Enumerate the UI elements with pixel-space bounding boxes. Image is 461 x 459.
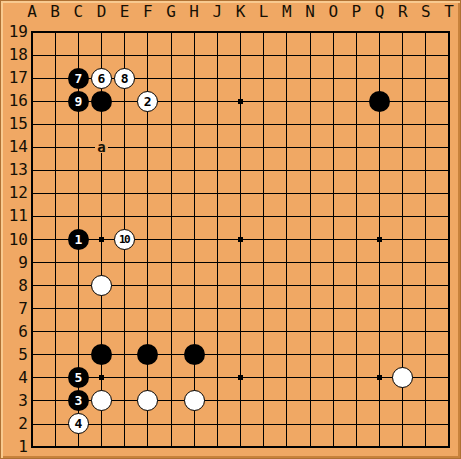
intersection-G11[interactable]: [159, 205, 182, 228]
intersection-G2[interactable]: [159, 412, 182, 435]
intersection-C14[interactable]: [67, 136, 90, 159]
intersection-S13[interactable]: [414, 159, 437, 182]
intersection-Q5[interactable]: [368, 343, 391, 366]
intersection-F19[interactable]: [136, 20, 159, 43]
intersection-C17[interactable]: 7: [67, 67, 90, 90]
intersection-K17[interactable]: [229, 67, 252, 90]
intersection-B9[interactable]: [44, 251, 67, 274]
intersection-R1[interactable]: [391, 435, 414, 458]
intersection-L18[interactable]: [252, 44, 275, 67]
intersection-F12[interactable]: [136, 182, 159, 205]
intersection-Q18[interactable]: [368, 44, 391, 67]
intersection-H1[interactable]: [183, 435, 206, 458]
intersection-J19[interactable]: [206, 20, 229, 43]
intersection-F10[interactable]: [136, 228, 159, 251]
intersection-E6[interactable]: [113, 320, 136, 343]
intersection-D8[interactable]: [90, 274, 113, 297]
intersection-F14[interactable]: [136, 136, 159, 159]
intersection-J12[interactable]: [206, 182, 229, 205]
intersection-C12[interactable]: [67, 182, 90, 205]
intersection-L13[interactable]: [252, 159, 275, 182]
intersection-T9[interactable]: [437, 251, 460, 274]
intersection-N2[interactable]: [298, 412, 321, 435]
intersection-S10[interactable]: [414, 228, 437, 251]
intersection-P10[interactable]: [345, 228, 368, 251]
intersection-P14[interactable]: [345, 136, 368, 159]
intersection-B14[interactable]: [44, 136, 67, 159]
intersection-D19[interactable]: [90, 20, 113, 43]
intersection-P15[interactable]: [345, 113, 368, 136]
intersection-J7[interactable]: [206, 297, 229, 320]
intersection-R4[interactable]: [391, 366, 414, 389]
intersection-L9[interactable]: [252, 251, 275, 274]
intersection-N10[interactable]: [298, 228, 321, 251]
intersection-R5[interactable]: [391, 343, 414, 366]
intersection-F7[interactable]: [136, 297, 159, 320]
intersection-G1[interactable]: [159, 435, 182, 458]
intersection-P9[interactable]: [345, 251, 368, 274]
intersection-H7[interactable]: [183, 297, 206, 320]
intersection-M11[interactable]: [275, 205, 298, 228]
intersection-T16[interactable]: [437, 90, 460, 113]
intersection-P11[interactable]: [345, 205, 368, 228]
intersection-Q3[interactable]: [368, 389, 391, 412]
intersection-K15[interactable]: [229, 113, 252, 136]
intersection-N1[interactable]: [298, 435, 321, 458]
intersection-G3[interactable]: [159, 389, 182, 412]
intersection-T4[interactable]: [437, 366, 460, 389]
intersection-Q4[interactable]: [368, 366, 391, 389]
intersection-H3[interactable]: [183, 389, 206, 412]
intersection-J10[interactable]: [206, 228, 229, 251]
intersection-T2[interactable]: [437, 412, 460, 435]
intersection-M17[interactable]: [275, 67, 298, 90]
intersection-T1[interactable]: [437, 435, 460, 458]
intersection-G4[interactable]: [159, 366, 182, 389]
intersection-B10[interactable]: [44, 228, 67, 251]
intersection-O16[interactable]: [321, 90, 344, 113]
intersection-P18[interactable]: [345, 44, 368, 67]
intersection-T7[interactable]: [437, 297, 460, 320]
intersection-E18[interactable]: [113, 44, 136, 67]
intersection-D14[interactable]: a: [90, 136, 113, 159]
intersection-R11[interactable]: [391, 205, 414, 228]
intersection-M10[interactable]: [275, 228, 298, 251]
intersection-L11[interactable]: [252, 205, 275, 228]
intersection-P2[interactable]: [345, 412, 368, 435]
intersection-G17[interactable]: [159, 67, 182, 90]
intersection-K12[interactable]: [229, 182, 252, 205]
intersection-H6[interactable]: [183, 320, 206, 343]
intersection-J3[interactable]: [206, 389, 229, 412]
intersection-Q2[interactable]: [368, 412, 391, 435]
intersection-G15[interactable]: [159, 113, 182, 136]
intersection-P12[interactable]: [345, 182, 368, 205]
intersection-H9[interactable]: [183, 251, 206, 274]
intersection-O12[interactable]: [321, 182, 344, 205]
intersection-O15[interactable]: [321, 113, 344, 136]
intersection-H2[interactable]: [183, 412, 206, 435]
intersection-L5[interactable]: [252, 343, 275, 366]
intersection-C16[interactable]: 9: [67, 90, 90, 113]
intersection-D1[interactable]: [90, 435, 113, 458]
intersection-D2[interactable]: [90, 412, 113, 435]
intersection-D15[interactable]: [90, 113, 113, 136]
intersection-R15[interactable]: [391, 113, 414, 136]
intersection-N7[interactable]: [298, 297, 321, 320]
intersection-P3[interactable]: [345, 389, 368, 412]
intersection-O7[interactable]: [321, 297, 344, 320]
intersection-H10[interactable]: [183, 228, 206, 251]
intersection-B19[interactable]: [44, 20, 67, 43]
intersection-E12[interactable]: [113, 182, 136, 205]
intersection-L1[interactable]: [252, 435, 275, 458]
intersection-N9[interactable]: [298, 251, 321, 274]
intersection-E11[interactable]: [113, 205, 136, 228]
intersection-P13[interactable]: [345, 159, 368, 182]
intersection-J18[interactable]: [206, 44, 229, 67]
intersection-G16[interactable]: [159, 90, 182, 113]
intersection-M19[interactable]: [275, 20, 298, 43]
intersection-E16[interactable]: [113, 90, 136, 113]
intersection-N6[interactable]: [298, 320, 321, 343]
intersection-F6[interactable]: [136, 320, 159, 343]
intersection-R19[interactable]: [391, 20, 414, 43]
intersection-E2[interactable]: [113, 412, 136, 435]
intersection-H19[interactable]: [183, 20, 206, 43]
intersection-Q13[interactable]: [368, 159, 391, 182]
intersection-P5[interactable]: [345, 343, 368, 366]
intersection-D4[interactable]: [90, 366, 113, 389]
intersection-M8[interactable]: [275, 274, 298, 297]
intersection-O11[interactable]: [321, 205, 344, 228]
intersection-D16[interactable]: [90, 90, 113, 113]
intersection-H5[interactable]: [183, 343, 206, 366]
intersection-H12[interactable]: [183, 182, 206, 205]
intersection-S9[interactable]: [414, 251, 437, 274]
intersection-G8[interactable]: [159, 274, 182, 297]
intersection-N13[interactable]: [298, 159, 321, 182]
intersection-C2[interactable]: 4: [67, 412, 90, 435]
intersection-J11[interactable]: [206, 205, 229, 228]
intersection-D11[interactable]: [90, 205, 113, 228]
intersection-N16[interactable]: [298, 90, 321, 113]
intersection-K11[interactable]: [229, 205, 252, 228]
intersection-T17[interactable]: [437, 67, 460, 90]
intersection-F5[interactable]: [136, 343, 159, 366]
intersection-T19[interactable]: [437, 20, 460, 43]
intersection-P16[interactable]: [345, 90, 368, 113]
intersection-C18[interactable]: [67, 44, 90, 67]
intersection-S8[interactable]: [414, 274, 437, 297]
intersection-H8[interactable]: [183, 274, 206, 297]
intersection-B17[interactable]: [44, 67, 67, 90]
intersection-F3[interactable]: [136, 389, 159, 412]
intersection-K13[interactable]: [229, 159, 252, 182]
intersection-E14[interactable]: [113, 136, 136, 159]
intersection-J16[interactable]: [206, 90, 229, 113]
intersection-D6[interactable]: [90, 320, 113, 343]
intersection-D3[interactable]: [90, 389, 113, 412]
intersection-B1[interactable]: [44, 435, 67, 458]
intersection-T15[interactable]: [437, 113, 460, 136]
intersection-S3[interactable]: [414, 389, 437, 412]
intersection-F4[interactable]: [136, 366, 159, 389]
intersection-R18[interactable]: [391, 44, 414, 67]
intersection-H18[interactable]: [183, 44, 206, 67]
intersection-Q7[interactable]: [368, 297, 391, 320]
intersection-O10[interactable]: [321, 228, 344, 251]
intersection-M18[interactable]: [275, 44, 298, 67]
intersection-R8[interactable]: [391, 274, 414, 297]
intersection-P7[interactable]: [345, 297, 368, 320]
intersection-P4[interactable]: [345, 366, 368, 389]
intersection-C6[interactable]: [67, 320, 90, 343]
intersection-T3[interactable]: [437, 389, 460, 412]
intersection-L14[interactable]: [252, 136, 275, 159]
intersection-T18[interactable]: [437, 44, 460, 67]
intersection-O2[interactable]: [321, 412, 344, 435]
intersection-M3[interactable]: [275, 389, 298, 412]
intersection-J2[interactable]: [206, 412, 229, 435]
intersection-K8[interactable]: [229, 274, 252, 297]
intersection-S4[interactable]: [414, 366, 437, 389]
intersection-J14[interactable]: [206, 136, 229, 159]
intersection-E10[interactable]: 10: [113, 228, 136, 251]
intersection-M9[interactable]: [275, 251, 298, 274]
intersection-F17[interactable]: [136, 67, 159, 90]
intersection-R9[interactable]: [391, 251, 414, 274]
intersection-D5[interactable]: [90, 343, 113, 366]
intersection-L7[interactable]: [252, 297, 275, 320]
intersection-E7[interactable]: [113, 297, 136, 320]
intersection-L6[interactable]: [252, 320, 275, 343]
intersection-Q12[interactable]: [368, 182, 391, 205]
intersection-H17[interactable]: [183, 67, 206, 90]
intersection-C1[interactable]: [67, 435, 90, 458]
intersection-D13[interactable]: [90, 159, 113, 182]
intersection-J17[interactable]: [206, 67, 229, 90]
intersection-Q10[interactable]: [368, 228, 391, 251]
intersection-F1[interactable]: [136, 435, 159, 458]
intersection-R12[interactable]: [391, 182, 414, 205]
intersection-R16[interactable]: [391, 90, 414, 113]
intersection-O13[interactable]: [321, 159, 344, 182]
intersection-L3[interactable]: [252, 389, 275, 412]
intersection-E19[interactable]: [113, 20, 136, 43]
intersection-J4[interactable]: [206, 366, 229, 389]
intersection-E9[interactable]: [113, 251, 136, 274]
intersection-M5[interactable]: [275, 343, 298, 366]
intersection-H11[interactable]: [183, 205, 206, 228]
intersection-K19[interactable]: [229, 20, 252, 43]
intersection-M12[interactable]: [275, 182, 298, 205]
intersection-Q17[interactable]: [368, 67, 391, 90]
intersection-F18[interactable]: [136, 44, 159, 67]
intersection-N19[interactable]: [298, 20, 321, 43]
intersection-F8[interactable]: [136, 274, 159, 297]
intersection-G10[interactable]: [159, 228, 182, 251]
intersection-J1[interactable]: [206, 435, 229, 458]
intersection-D18[interactable]: [90, 44, 113, 67]
intersection-G6[interactable]: [159, 320, 182, 343]
intersection-N3[interactable]: [298, 389, 321, 412]
intersection-B5[interactable]: [44, 343, 67, 366]
intersection-B7[interactable]: [44, 297, 67, 320]
intersection-S18[interactable]: [414, 44, 437, 67]
intersection-M4[interactable]: [275, 366, 298, 389]
intersection-Q8[interactable]: [368, 274, 391, 297]
intersection-O8[interactable]: [321, 274, 344, 297]
intersection-J15[interactable]: [206, 113, 229, 136]
intersection-S6[interactable]: [414, 320, 437, 343]
intersection-E3[interactable]: [113, 389, 136, 412]
intersection-H14[interactable]: [183, 136, 206, 159]
intersection-C10[interactable]: 1: [67, 228, 90, 251]
intersection-M16[interactable]: [275, 90, 298, 113]
intersection-R13[interactable]: [391, 159, 414, 182]
intersection-L17[interactable]: [252, 67, 275, 90]
intersection-G18[interactable]: [159, 44, 182, 67]
intersection-L8[interactable]: [252, 274, 275, 297]
intersection-T5[interactable]: [437, 343, 460, 366]
intersection-K18[interactable]: [229, 44, 252, 67]
intersection-B16[interactable]: [44, 90, 67, 113]
intersection-L19[interactable]: [252, 20, 275, 43]
intersection-N17[interactable]: [298, 67, 321, 90]
intersection-L15[interactable]: [252, 113, 275, 136]
intersection-S16[interactable]: [414, 90, 437, 113]
intersection-F16[interactable]: 2: [136, 90, 159, 113]
intersection-Q6[interactable]: [368, 320, 391, 343]
intersection-N8[interactable]: [298, 274, 321, 297]
intersection-T8[interactable]: [437, 274, 460, 297]
intersection-O5[interactable]: [321, 343, 344, 366]
intersection-G9[interactable]: [159, 251, 182, 274]
intersection-F13[interactable]: [136, 159, 159, 182]
intersection-K9[interactable]: [229, 251, 252, 274]
intersection-K7[interactable]: [229, 297, 252, 320]
intersection-M7[interactable]: [275, 297, 298, 320]
intersection-S19[interactable]: [414, 20, 437, 43]
intersection-T6[interactable]: [437, 320, 460, 343]
intersection-B13[interactable]: [44, 159, 67, 182]
intersection-K4[interactable]: [229, 366, 252, 389]
intersection-K14[interactable]: [229, 136, 252, 159]
intersection-K16[interactable]: [229, 90, 252, 113]
intersection-B11[interactable]: [44, 205, 67, 228]
intersection-P1[interactable]: [345, 435, 368, 458]
intersection-J13[interactable]: [206, 159, 229, 182]
intersection-C11[interactable]: [67, 205, 90, 228]
intersection-B4[interactable]: [44, 366, 67, 389]
intersection-O9[interactable]: [321, 251, 344, 274]
intersection-P17[interactable]: [345, 67, 368, 90]
intersection-H16[interactable]: [183, 90, 206, 113]
intersection-G5[interactable]: [159, 343, 182, 366]
intersection-O18[interactable]: [321, 44, 344, 67]
intersection-E15[interactable]: [113, 113, 136, 136]
intersection-L10[interactable]: [252, 228, 275, 251]
intersection-P19[interactable]: [345, 20, 368, 43]
intersection-H15[interactable]: [183, 113, 206, 136]
intersection-H4[interactable]: [183, 366, 206, 389]
intersection-B8[interactable]: [44, 274, 67, 297]
intersection-S2[interactable]: [414, 412, 437, 435]
intersection-S7[interactable]: [414, 297, 437, 320]
intersection-G13[interactable]: [159, 159, 182, 182]
intersection-C8[interactable]: [67, 274, 90, 297]
intersection-K1[interactable]: [229, 435, 252, 458]
intersection-N11[interactable]: [298, 205, 321, 228]
intersection-S17[interactable]: [414, 67, 437, 90]
intersection-G7[interactable]: [159, 297, 182, 320]
intersection-O1[interactable]: [321, 435, 344, 458]
intersection-Q14[interactable]: [368, 136, 391, 159]
intersection-N14[interactable]: [298, 136, 321, 159]
intersection-M15[interactable]: [275, 113, 298, 136]
intersection-S15[interactable]: [414, 113, 437, 136]
intersection-R17[interactable]: [391, 67, 414, 90]
intersection-O6[interactable]: [321, 320, 344, 343]
intersection-K2[interactable]: [229, 412, 252, 435]
intersection-R7[interactable]: [391, 297, 414, 320]
intersection-Q16[interactable]: [368, 90, 391, 113]
intersection-J5[interactable]: [206, 343, 229, 366]
intersection-F15[interactable]: [136, 113, 159, 136]
intersection-C4[interactable]: 5: [67, 366, 90, 389]
intersection-L12[interactable]: [252, 182, 275, 205]
intersection-T13[interactable]: [437, 159, 460, 182]
intersection-E1[interactable]: [113, 435, 136, 458]
intersection-C19[interactable]: [67, 20, 90, 43]
intersection-B3[interactable]: [44, 389, 67, 412]
intersection-D7[interactable]: [90, 297, 113, 320]
intersection-J8[interactable]: [206, 274, 229, 297]
intersection-B2[interactable]: [44, 412, 67, 435]
intersection-P8[interactable]: [345, 274, 368, 297]
intersection-T12[interactable]: [437, 182, 460, 205]
intersection-C9[interactable]: [67, 251, 90, 274]
intersection-B6[interactable]: [44, 320, 67, 343]
intersection-S11[interactable]: [414, 205, 437, 228]
intersection-E4[interactable]: [113, 366, 136, 389]
intersection-Q1[interactable]: [368, 435, 391, 458]
intersection-D10[interactable]: [90, 228, 113, 251]
intersection-O4[interactable]: [321, 366, 344, 389]
intersection-R2[interactable]: [391, 412, 414, 435]
intersection-T11[interactable]: [437, 205, 460, 228]
intersection-D17[interactable]: 6: [90, 67, 113, 90]
intersection-C7[interactable]: [67, 297, 90, 320]
intersection-Q15[interactable]: [368, 113, 391, 136]
intersection-B15[interactable]: [44, 113, 67, 136]
intersection-S12[interactable]: [414, 182, 437, 205]
intersection-C13[interactable]: [67, 159, 90, 182]
intersection-R6[interactable]: [391, 320, 414, 343]
intersection-D9[interactable]: [90, 251, 113, 274]
intersection-Q9[interactable]: [368, 251, 391, 274]
intersection-F11[interactable]: [136, 205, 159, 228]
intersection-C15[interactable]: [67, 113, 90, 136]
intersection-N5[interactable]: [298, 343, 321, 366]
intersection-O19[interactable]: [321, 20, 344, 43]
intersection-L4[interactable]: [252, 366, 275, 389]
intersection-G12[interactable]: [159, 182, 182, 205]
intersection-L2[interactable]: [252, 412, 275, 435]
intersection-R10[interactable]: [391, 228, 414, 251]
intersection-H13[interactable]: [183, 159, 206, 182]
